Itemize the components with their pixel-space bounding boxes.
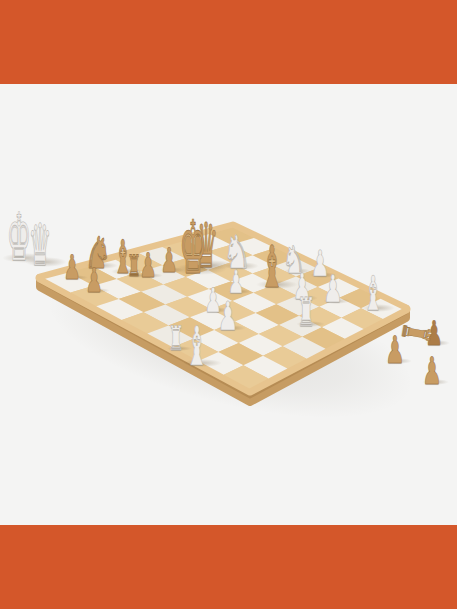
- bottom-brand-bar: [0, 525, 457, 609]
- white-rook-g5: ♜: [296, 292, 317, 332]
- photo-area: ♟♟♞♝♜♟♟♚♛♝♞♟♞♟♟♟♜♝♟♟♜♝♚♛♟♜♟♟: [0, 0, 457, 609]
- white-bishop-h8: ♝: [362, 269, 385, 317]
- wood-pawn-a1: ♟: [62, 250, 82, 284]
- wood-bishop-e6: ♝: [258, 238, 286, 296]
- white-pawn-f7: ♟: [321, 270, 343, 308]
- wood-pawn-b1: ♟: [84, 263, 104, 297]
- white-pawn-f3: ♟: [216, 296, 239, 336]
- white-bishop-f1: ♝: [184, 320, 210, 374]
- wood-pawn-offboard: ♟: [384, 331, 406, 369]
- wood-king-b5: ♚: [177, 210, 208, 284]
- wood-pawn-a4: ♟: [138, 248, 158, 282]
- top-brand-bar: [0, 0, 457, 84]
- white-rook-e1: ♜: [167, 321, 185, 355]
- product-photo: ♟♟♞♝♜♟♟♚♛♝♞♟♞♟♟♟♜♝♟♟♜♝♚♛♟♜♟♟: [0, 0, 457, 609]
- wood-pawn-b4: ♟: [159, 243, 179, 277]
- white-queen-offboard: ♛: [27, 216, 53, 274]
- wood-pawn-offboard: ♟: [421, 352, 443, 390]
